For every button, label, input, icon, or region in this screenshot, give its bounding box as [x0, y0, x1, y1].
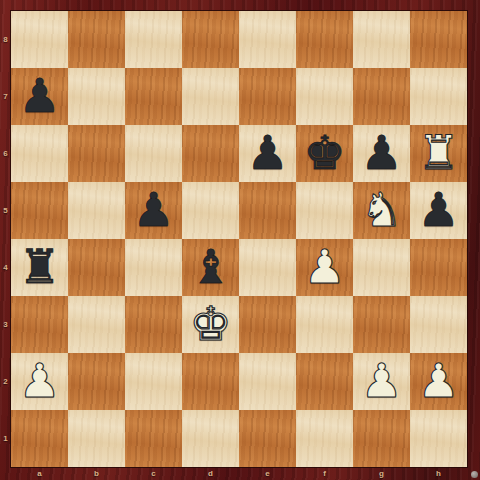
square-a4[interactable]: ♜ [11, 239, 68, 296]
square-e6[interactable]: ♟ [239, 125, 296, 182]
square-b1[interactable] [68, 410, 125, 467]
square-a2[interactable]: ♟ [11, 353, 68, 410]
square-g7[interactable] [353, 68, 410, 125]
square-e1[interactable] [239, 410, 296, 467]
square-g3[interactable] [353, 296, 410, 353]
square-c1[interactable] [125, 410, 182, 467]
rank-label-1: 1 [0, 410, 11, 467]
square-d6[interactable] [182, 125, 239, 182]
square-b7[interactable] [68, 68, 125, 125]
square-f2[interactable] [296, 353, 353, 410]
rank-label-7: 7 [0, 68, 11, 125]
square-c2[interactable] [125, 353, 182, 410]
square-a1[interactable] [11, 410, 68, 467]
square-a5[interactable] [11, 182, 68, 239]
file-label-a: a [11, 467, 68, 480]
square-d5[interactable] [182, 182, 239, 239]
square-e7[interactable] [239, 68, 296, 125]
square-e3[interactable] [239, 296, 296, 353]
square-b8[interactable] [68, 11, 125, 68]
square-d3[interactable]: ♚ [182, 296, 239, 353]
square-b3[interactable] [68, 296, 125, 353]
file-label-b: b [68, 467, 125, 480]
square-h3[interactable] [410, 296, 467, 353]
square-a8[interactable] [11, 11, 68, 68]
file-label-d: d [182, 467, 239, 480]
square-g1[interactable] [353, 410, 410, 467]
square-c8[interactable] [125, 11, 182, 68]
file-label-f: f [296, 467, 353, 480]
square-a6[interactable] [11, 125, 68, 182]
file-label-e: e [239, 467, 296, 480]
square-f4[interactable]: ♟ [296, 239, 353, 296]
square-b2[interactable] [68, 353, 125, 410]
white-king-d3[interactable]: ♚ [189, 300, 231, 347]
square-f6[interactable]: ♚ [296, 125, 353, 182]
file-label-c: c [125, 467, 182, 480]
square-f7[interactable] [296, 68, 353, 125]
square-f5[interactable] [296, 182, 353, 239]
square-c4[interactable] [125, 239, 182, 296]
square-e2[interactable] [239, 353, 296, 410]
white-pawn-g2[interactable]: ♟ [360, 357, 402, 404]
chess-board-frame: ♟♟♚♟♜♟♞♟♜♝♟♚♟♟♟ 8 7 6 5 4 3 2 1 a b c d … [0, 0, 480, 480]
rank-label-4: 4 [0, 239, 11, 296]
square-h7[interactable] [410, 68, 467, 125]
square-e8[interactable] [239, 11, 296, 68]
square-c3[interactable] [125, 296, 182, 353]
square-a3[interactable] [11, 296, 68, 353]
square-b4[interactable] [68, 239, 125, 296]
rank-label-2: 2 [0, 353, 11, 410]
square-f1[interactable] [296, 410, 353, 467]
white-knight-g5[interactable]: ♞ [360, 186, 402, 233]
square-g5[interactable]: ♞ [353, 182, 410, 239]
square-g8[interactable] [353, 11, 410, 68]
black-pawn-g6[interactable]: ♟ [360, 129, 402, 176]
black-king-f6[interactable]: ♚ [303, 129, 345, 176]
black-rook-a4[interactable]: ♜ [18, 243, 60, 290]
square-h2[interactable]: ♟ [410, 353, 467, 410]
square-d1[interactable] [182, 410, 239, 467]
file-label-h: h [410, 467, 467, 480]
square-a7[interactable]: ♟ [11, 68, 68, 125]
square-g2[interactable]: ♟ [353, 353, 410, 410]
square-d2[interactable] [182, 353, 239, 410]
rank-label-6: 6 [0, 125, 11, 182]
black-pawn-h5[interactable]: ♟ [417, 186, 459, 233]
square-c5[interactable]: ♟ [125, 182, 182, 239]
corner-dot [471, 471, 478, 478]
square-f8[interactable] [296, 11, 353, 68]
white-rook-h6[interactable]: ♜ [417, 129, 459, 176]
square-g4[interactable] [353, 239, 410, 296]
square-h6[interactable]: ♜ [410, 125, 467, 182]
square-c6[interactable] [125, 125, 182, 182]
rank-label-3: 3 [0, 296, 11, 353]
file-label-g: g [353, 467, 410, 480]
square-b5[interactable] [68, 182, 125, 239]
white-pawn-h2[interactable]: ♟ [417, 357, 459, 404]
square-b6[interactable] [68, 125, 125, 182]
black-pawn-a7[interactable]: ♟ [18, 72, 60, 119]
white-pawn-f4[interactable]: ♟ [303, 243, 345, 290]
black-pawn-c5[interactable]: ♟ [132, 186, 174, 233]
white-pawn-a2[interactable]: ♟ [18, 357, 60, 404]
square-d8[interactable] [182, 11, 239, 68]
square-h1[interactable] [410, 410, 467, 467]
square-h4[interactable] [410, 239, 467, 296]
square-d4[interactable]: ♝ [182, 239, 239, 296]
square-c7[interactable] [125, 68, 182, 125]
square-e5[interactable] [239, 182, 296, 239]
black-bishop-d4[interactable]: ♝ [189, 243, 231, 290]
square-d7[interactable] [182, 68, 239, 125]
board: ♟♟♚♟♜♟♞♟♜♝♟♚♟♟♟ [11, 11, 467, 467]
rank-label-5: 5 [0, 182, 11, 239]
square-f3[interactable] [296, 296, 353, 353]
square-h8[interactable] [410, 11, 467, 68]
square-g6[interactable]: ♟ [353, 125, 410, 182]
square-h5[interactable]: ♟ [410, 182, 467, 239]
square-e4[interactable] [239, 239, 296, 296]
black-pawn-e6[interactable]: ♟ [246, 129, 288, 176]
rank-label-8: 8 [0, 11, 11, 68]
